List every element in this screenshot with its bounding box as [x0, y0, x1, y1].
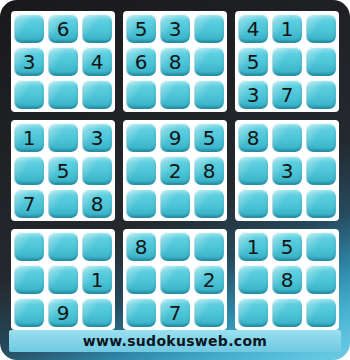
cell-r3c8[interactable]: 7	[272, 80, 302, 109]
cell-r6c5[interactable]	[160, 189, 190, 218]
cell-r4c6[interactable]: 5	[194, 123, 224, 152]
cell-r3c7[interactable]: 3	[238, 80, 268, 109]
cell-r5c5[interactable]: 2	[160, 156, 190, 185]
box-r3c3: 158	[235, 229, 339, 330]
cell-r6c4[interactable]	[126, 189, 156, 218]
cell-r1c4[interactable]: 5	[126, 14, 156, 43]
cell-r2c5[interactable]: 8	[160, 47, 190, 76]
cell-r8c3[interactable]: 1	[82, 265, 112, 294]
cell-r7c5[interactable]	[160, 232, 190, 261]
box-r1c2: 5368	[123, 11, 227, 112]
box-r2c3: 83	[235, 120, 339, 221]
cell-r1c3[interactable]	[82, 14, 112, 43]
cell-r3c5[interactable]	[160, 80, 190, 109]
cell-r1c8[interactable]: 1	[272, 14, 302, 43]
cell-r6c2[interactable]	[48, 189, 78, 218]
cell-r9c1[interactable]	[14, 298, 44, 327]
cell-r6c7[interactable]	[238, 189, 268, 218]
box-r2c1: 13578	[11, 120, 115, 221]
cell-r8c6[interactable]: 2	[194, 265, 224, 294]
cell-r5c6[interactable]: 8	[194, 156, 224, 185]
cell-r2c6[interactable]	[194, 47, 224, 76]
cell-r4c8[interactable]	[272, 123, 302, 152]
cell-r7c9[interactable]	[306, 232, 336, 261]
cell-r8c8[interactable]: 8	[272, 265, 302, 294]
sudoku-board: 6345368415371357895288319827158	[11, 11, 339, 330]
cell-r3c9[interactable]	[306, 80, 336, 109]
cell-r1c6[interactable]	[194, 14, 224, 43]
cell-r8c5[interactable]	[160, 265, 190, 294]
cell-r1c9[interactable]	[306, 14, 336, 43]
cell-r2c7[interactable]: 5	[238, 47, 268, 76]
cell-r4c9[interactable]	[306, 123, 336, 152]
cell-r8c2[interactable]	[48, 265, 78, 294]
cell-r5c7[interactable]	[238, 156, 268, 185]
cell-r6c8[interactable]	[272, 189, 302, 218]
site-url: www.sudokusweb.com	[83, 333, 267, 349]
cell-r8c7[interactable]	[238, 265, 268, 294]
cell-r6c3[interactable]: 8	[82, 189, 112, 218]
cell-r7c2[interactable]	[48, 232, 78, 261]
cell-r9c4[interactable]	[126, 298, 156, 327]
cell-r1c5[interactable]: 3	[160, 14, 190, 43]
cell-r6c6[interactable]	[194, 189, 224, 218]
cell-r4c2[interactable]	[48, 123, 78, 152]
cell-r4c5[interactable]: 9	[160, 123, 190, 152]
cell-r2c9[interactable]	[306, 47, 336, 76]
cell-r8c1[interactable]	[14, 265, 44, 294]
cell-r9c5[interactable]: 7	[160, 298, 190, 327]
cell-r9c9[interactable]	[306, 298, 336, 327]
cell-r2c3[interactable]: 4	[82, 47, 112, 76]
box-r1c1: 634	[11, 11, 115, 112]
box-r1c3: 41537	[235, 11, 339, 112]
cell-r3c6[interactable]	[194, 80, 224, 109]
footer: www.sudokusweb.com	[9, 330, 341, 352]
cell-r5c4[interactable]	[126, 156, 156, 185]
cell-r3c1[interactable]	[14, 80, 44, 109]
cell-r9c7[interactable]	[238, 298, 268, 327]
box-r3c2: 827	[123, 229, 227, 330]
cell-r7c1[interactable]	[14, 232, 44, 261]
cell-r4c7[interactable]: 8	[238, 123, 268, 152]
cell-r3c3[interactable]	[82, 80, 112, 109]
cell-r5c8[interactable]: 3	[272, 156, 302, 185]
cell-r4c1[interactable]: 1	[14, 123, 44, 152]
cell-r8c4[interactable]	[126, 265, 156, 294]
cell-r9c8[interactable]	[272, 298, 302, 327]
cell-r3c4[interactable]	[126, 80, 156, 109]
cell-r9c6[interactable]	[194, 298, 224, 327]
cell-r2c2[interactable]	[48, 47, 78, 76]
cell-r7c4[interactable]: 8	[126, 232, 156, 261]
cell-r5c2[interactable]: 5	[48, 156, 78, 185]
cell-r7c7[interactable]: 1	[238, 232, 268, 261]
box-r3c1: 19	[11, 229, 115, 330]
cell-r2c1[interactable]: 3	[14, 47, 44, 76]
cell-r7c8[interactable]: 5	[272, 232, 302, 261]
cell-r7c6[interactable]	[194, 232, 224, 261]
cell-r2c4[interactable]: 6	[126, 47, 156, 76]
cell-r3c2[interactable]	[48, 80, 78, 109]
cell-r5c1[interactable]	[14, 156, 44, 185]
cell-r6c9[interactable]	[306, 189, 336, 218]
cell-r4c4[interactable]	[126, 123, 156, 152]
cell-r6c1[interactable]: 7	[14, 189, 44, 218]
cell-r5c9[interactable]	[306, 156, 336, 185]
cell-r9c3[interactable]	[82, 298, 112, 327]
cell-r7c3[interactable]	[82, 232, 112, 261]
cell-r1c2[interactable]: 6	[48, 14, 78, 43]
cell-r8c9[interactable]	[306, 265, 336, 294]
box-r2c2: 9528	[123, 120, 227, 221]
cell-r4c3[interactable]: 3	[82, 123, 112, 152]
cell-r2c8[interactable]	[272, 47, 302, 76]
cell-r1c1[interactable]	[14, 14, 44, 43]
cell-r5c3[interactable]	[82, 156, 112, 185]
cell-r9c2[interactable]: 9	[48, 298, 78, 327]
cell-r1c7[interactable]: 4	[238, 14, 268, 43]
sudoku-app-frame: 6345368415371357895288319827158 www.sudo…	[0, 0, 350, 360]
